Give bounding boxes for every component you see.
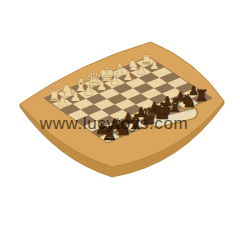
white-chess-piece: ♟	[110, 74, 121, 88]
watermark-text: www.lucytoys.com	[39, 114, 188, 133]
white-chess-piece: ♟	[96, 79, 107, 93]
white-chess-piece: ♟	[123, 69, 133, 83]
white-chess-piece: ♟	[83, 83, 94, 98]
white-chess-piece: ♟	[57, 94, 69, 109]
product-photo: ♜♟♞♝♟♚♟♛♟♝♟♟♞♟♜♜♟♟♞♟♟♝♟♚♟♛♟♝♟♞♟♜ www.luc…	[0, 0, 240, 240]
chess-set-photo: ♜♟♞♝♟♚♟♛♟♝♟♟♞♟♜♜♟♟♞♟♟♝♟♚♟♛♟♝♟♞♟♜ www.luc…	[0, 0, 240, 240]
black-chess-piece: ♜	[194, 86, 208, 105]
white-chess-piece: ♟	[70, 89, 81, 104]
white-chess-piece: ♟	[136, 64, 146, 77]
white-chess-piece: ♟	[149, 59, 159, 72]
